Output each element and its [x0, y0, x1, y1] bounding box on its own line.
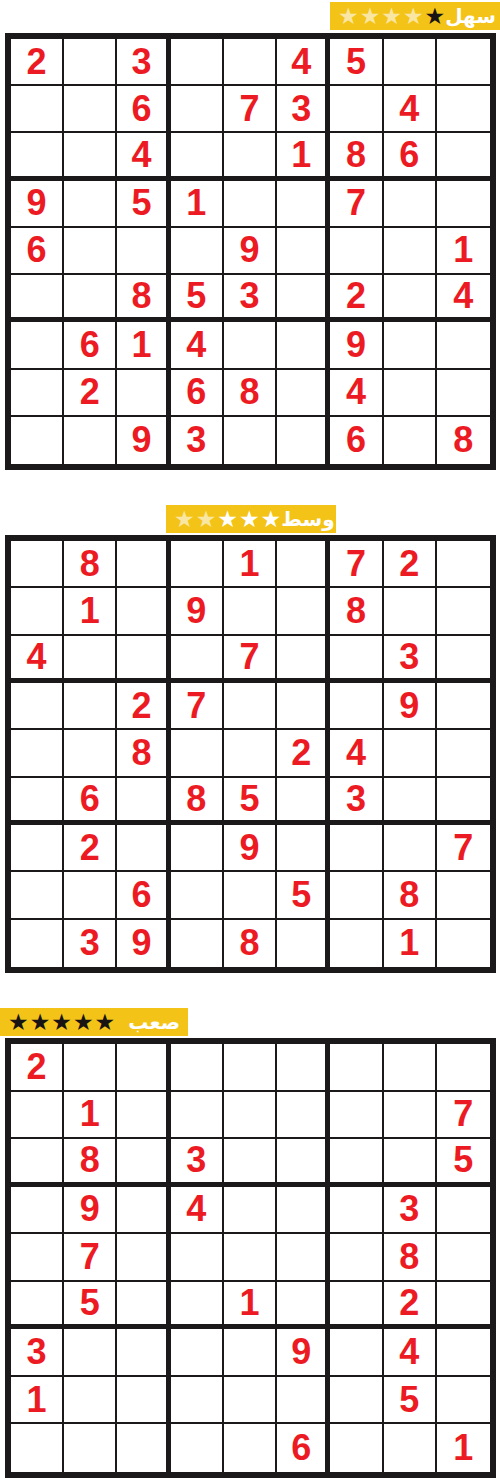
cell-r9c4[interactable]	[171, 1424, 224, 1472]
cell-r5c4[interactable]	[171, 1234, 224, 1282]
cell-r8c8[interactable]: 5	[384, 1377, 437, 1425]
cell-r3c9[interactable]: 5	[437, 1139, 490, 1187]
cell-r5c7[interactable]	[330, 228, 383, 275]
cell-r1c7[interactable]: 7	[330, 541, 383, 588]
difficulty-stars: ★★★★★	[8, 1009, 115, 1035]
cell-r4c3[interactable]	[117, 1187, 170, 1235]
difficulty-banner-medium: ★★★★★ وسط	[166, 505, 336, 533]
cell-r6c3[interactable]: 8	[117, 275, 170, 322]
sudoku-page: ★★★★★ سهل 234567344186951769185324614926…	[0, 0, 500, 1478]
cell-r1c5[interactable]: 1	[224, 541, 277, 588]
cell-r7c5[interactable]	[224, 1329, 277, 1377]
cell-r4c1[interactable]: 9	[11, 181, 64, 228]
cell-r7c1[interactable]	[11, 322, 64, 369]
cell-r9c4[interactable]: 3	[171, 417, 224, 464]
difficulty-label: سهل	[445, 3, 496, 29]
difficulty-banner-easy: ★★★★★ سهل	[330, 2, 500, 30]
cell-r7c2[interactable]: 6	[64, 322, 117, 369]
cell-r8c9[interactable]	[437, 370, 490, 417]
cell-r7c6[interactable]	[277, 825, 330, 872]
cell-r4c8[interactable]	[384, 181, 437, 228]
cell-r9c1[interactable]	[11, 417, 64, 464]
cell-r3c1[interactable]	[11, 1139, 64, 1187]
cell-r7c3[interactable]	[117, 1329, 170, 1377]
cell-r1c6[interactable]	[277, 1044, 330, 1092]
difficulty-stars: ★★★★★	[338, 3, 445, 29]
cell-r8c7[interactable]	[330, 1377, 383, 1425]
cell-r6c9[interactable]	[437, 778, 490, 825]
cell-r8c3[interactable]: 6	[117, 872, 170, 919]
sudoku-board-hard: 217835943785123941561	[5, 1038, 496, 1478]
cell-r4c2[interactable]	[64, 683, 117, 730]
cell-r2c3[interactable]	[117, 588, 170, 635]
star-active-icon: ★	[73, 1009, 94, 1035]
cell-r4c4[interactable]: 4	[171, 1187, 224, 1235]
cell-r9c5[interactable]: 8	[224, 920, 277, 967]
cell-r9c2[interactable]: 3	[64, 920, 117, 967]
cell-r7c3[interactable]	[117, 825, 170, 872]
cell-r8c9[interactable]	[437, 1377, 490, 1425]
cell-r4c4[interactable]: 7	[171, 683, 224, 730]
cell-r6c2[interactable]	[64, 275, 117, 322]
cell-r6c7[interactable]	[330, 1282, 383, 1330]
cell-r1c1[interactable]: 2	[11, 1044, 64, 1092]
cell-r1c3[interactable]	[117, 1044, 170, 1092]
cell-r5c7[interactable]	[330, 1234, 383, 1282]
cell-r8c3[interactable]	[117, 1377, 170, 1425]
cell-r1c2[interactable]: 8	[64, 541, 117, 588]
cell-r7c5[interactable]	[224, 322, 277, 369]
cell-r3c2[interactable]: 8	[64, 1139, 117, 1187]
cell-r5c2[interactable]	[64, 730, 117, 777]
star-active-icon: ★	[30, 1009, 51, 1035]
cell-r3c4[interactable]	[171, 636, 224, 683]
star-active-icon: ★	[8, 1009, 29, 1035]
cell-r9c9[interactable]: 1	[437, 1424, 490, 1472]
cell-r9c4[interactable]	[171, 920, 224, 967]
cell-r2c8[interactable]	[384, 1092, 437, 1140]
difficulty-label: صعب	[128, 1009, 180, 1035]
cell-r5c9[interactable]	[437, 1234, 490, 1282]
cell-r2c5[interactable]	[224, 588, 277, 635]
cell-r5c6[interactable]: 2	[277, 730, 330, 777]
cell-r4c7[interactable]	[330, 683, 383, 730]
cell-r6c9[interactable]: 4	[437, 275, 490, 322]
cell-r8c4[interactable]	[171, 1377, 224, 1425]
cell-r5c3[interactable]: 8	[117, 730, 170, 777]
cell-r6c5[interactable]: 1	[224, 1282, 277, 1330]
cell-r8c1[interactable]	[11, 872, 64, 919]
cell-r3c7[interactable]	[330, 1139, 383, 1187]
cell-r9c9[interactable]: 8	[437, 417, 490, 464]
cell-r3c3[interactable]	[117, 1139, 170, 1187]
cell-r7c8[interactable]	[384, 825, 437, 872]
cell-r1c5[interactable]	[224, 1044, 277, 1092]
cell-r2c6[interactable]: 3	[277, 86, 330, 133]
cell-r8c4[interactable]: 6	[171, 370, 224, 417]
cell-r5c1[interactable]	[11, 1234, 64, 1282]
sudoku-board-easy: 234567344186951769185324614926849368	[5, 33, 496, 470]
cell-r2c6[interactable]	[277, 1092, 330, 1140]
cell-r1c4[interactable]	[171, 39, 224, 86]
cell-r3c8[interactable]: 3	[384, 636, 437, 683]
cell-r5c5[interactable]	[224, 730, 277, 777]
cell-r9c6[interactable]	[277, 920, 330, 967]
cell-r9c7[interactable]	[330, 920, 383, 967]
cell-r5c1[interactable]: 6	[11, 228, 64, 275]
cell-r1c5[interactable]	[224, 39, 277, 86]
cell-r5c3[interactable]	[117, 228, 170, 275]
difficulty-stars: ★★★★★	[174, 506, 281, 532]
cell-r6c8[interactable]	[384, 778, 437, 825]
cell-r4c6[interactable]	[277, 181, 330, 228]
cell-r2c1[interactable]	[11, 86, 64, 133]
star-active-icon: ★	[261, 506, 282, 532]
cell-r2c2[interactable]	[64, 86, 117, 133]
cell-r3c6[interactable]	[277, 636, 330, 683]
cell-r2c9[interactable]: 7	[437, 1092, 490, 1140]
cell-r2c9[interactable]	[437, 86, 490, 133]
cell-r3c5[interactable]	[224, 1139, 277, 1187]
star-active-icon: ★	[217, 506, 238, 532]
cell-r4c5[interactable]	[224, 683, 277, 730]
cell-r2c2[interactable]: 1	[64, 588, 117, 635]
cell-r5c7[interactable]: 4	[330, 730, 383, 777]
cell-r1c7[interactable]	[330, 1044, 383, 1092]
difficulty-banner-hard: ★★★★★ صعب	[0, 1008, 188, 1036]
cell-r9c9[interactable]	[437, 920, 490, 967]
cell-r1c9[interactable]	[437, 541, 490, 588]
cell-r8c6[interactable]	[277, 1377, 330, 1425]
cell-r8c1[interactable]: 1	[11, 1377, 64, 1425]
star-inactive-icon: ★	[196, 506, 217, 532]
cell-r2c9[interactable]	[437, 588, 490, 635]
cell-r6c6[interactable]	[277, 275, 330, 322]
cell-r2c7[interactable]: 8	[330, 588, 383, 635]
cell-r9c5[interactable]	[224, 1424, 277, 1472]
cell-r4c9[interactable]	[437, 1187, 490, 1235]
cell-r2c4[interactable]	[171, 1092, 224, 1140]
cell-r6c3[interactable]	[117, 1282, 170, 1330]
cell-r8c4[interactable]	[171, 872, 224, 919]
sudoku-board-medium: 817219847327982468532976583981	[5, 535, 496, 973]
cell-r7c8[interactable]	[384, 322, 437, 369]
cell-r3c3[interactable]	[117, 636, 170, 683]
cell-r9c7[interactable]: 6	[330, 417, 383, 464]
cell-r6c4[interactable]	[171, 1282, 224, 1330]
cell-r8c1[interactable]	[11, 370, 64, 417]
cell-r3c1[interactable]: 4	[11, 636, 64, 683]
cell-r7c9[interactable]	[437, 1329, 490, 1377]
cell-r6c7[interactable]: 2	[330, 275, 383, 322]
cell-r8c9[interactable]	[437, 872, 490, 919]
cell-r4c5[interactable]	[224, 1187, 277, 1235]
cell-r8c8[interactable]	[384, 370, 437, 417]
cell-r2c5[interactable]: 7	[224, 86, 277, 133]
cell-r4c6[interactable]	[277, 683, 330, 730]
cell-r6c4[interactable]: 5	[171, 275, 224, 322]
cell-r7c5[interactable]: 9	[224, 825, 277, 872]
cell-r3c4[interactable]: 3	[171, 1139, 224, 1187]
cell-r2c4[interactable]	[171, 86, 224, 133]
cell-r6c6[interactable]	[277, 1282, 330, 1330]
cell-r5c8[interactable]	[384, 730, 437, 777]
star-inactive-icon: ★	[403, 3, 424, 29]
cell-r4c2[interactable]: 9	[64, 1187, 117, 1235]
cell-r2c2[interactable]: 1	[64, 1092, 117, 1140]
cell-r4c2[interactable]	[64, 181, 117, 228]
cell-r4c7[interactable]	[330, 1187, 383, 1235]
cell-r7c4[interactable]	[171, 1329, 224, 1377]
cell-r4c1[interactable]	[11, 683, 64, 730]
cell-r7c3[interactable]: 1	[117, 322, 170, 369]
cell-r9c1[interactable]	[11, 920, 64, 967]
cell-r9c6[interactable]: 6	[277, 1424, 330, 1472]
star-active-icon: ★	[51, 1009, 72, 1035]
cell-r8c8[interactable]: 8	[384, 872, 437, 919]
cell-r2c7[interactable]	[330, 1092, 383, 1140]
difficulty-label: وسط	[281, 506, 335, 532]
cell-r5c3[interactable]	[117, 1234, 170, 1282]
cell-r1c1[interactable]: 2	[11, 39, 64, 86]
cell-r8c2[interactable]	[64, 1377, 117, 1425]
cell-r7c9[interactable]: 7	[437, 825, 490, 872]
cell-r7c4[interactable]	[171, 825, 224, 872]
cell-r6c7[interactable]: 3	[330, 778, 383, 825]
cell-r2c1[interactable]	[11, 588, 64, 635]
cell-r5c4[interactable]	[171, 228, 224, 275]
cell-r5c2[interactable]	[64, 228, 117, 275]
cell-r3c1[interactable]	[11, 133, 64, 180]
cell-r9c6[interactable]	[277, 417, 330, 464]
cell-r5c8[interactable]	[384, 228, 437, 275]
cell-r1c2[interactable]	[64, 1044, 117, 1092]
cell-r3c9[interactable]	[437, 636, 490, 683]
cell-r5c2[interactable]: 7	[64, 1234, 117, 1282]
cell-r5c9[interactable]	[437, 730, 490, 777]
cell-r4c8[interactable]: 3	[384, 1187, 437, 1235]
cell-r2c3[interactable]: 6	[117, 86, 170, 133]
cell-r5c5[interactable]: 9	[224, 228, 277, 275]
cell-r1c8[interactable]: 2	[384, 541, 437, 588]
cell-r3c8[interactable]	[384, 1139, 437, 1187]
cell-r2c6[interactable]	[277, 588, 330, 635]
cell-r7c7[interactable]	[330, 1329, 383, 1377]
cell-r8c3[interactable]	[117, 370, 170, 417]
cell-r5c1[interactable]	[11, 730, 64, 777]
cell-r3c6[interactable]	[277, 1139, 330, 1187]
cell-r1c4[interactable]	[171, 541, 224, 588]
cell-r9c8[interactable]	[384, 417, 437, 464]
cell-r4c3[interactable]: 5	[117, 181, 170, 228]
cell-r2c8[interactable]: 4	[384, 86, 437, 133]
cell-r4c1[interactable]	[11, 1187, 64, 1235]
cell-r5c8[interactable]: 8	[384, 1234, 437, 1282]
cell-r4c5[interactable]	[224, 181, 277, 228]
cell-r3c7[interactable]	[330, 636, 383, 683]
cell-r1c2[interactable]	[64, 39, 117, 86]
cell-r9c7[interactable]	[330, 1424, 383, 1472]
cell-r9c3[interactable]: 9	[117, 417, 170, 464]
cell-r9c1[interactable]	[11, 1424, 64, 1472]
cell-r8c5[interactable]: 8	[224, 370, 277, 417]
cell-r6c5[interactable]: 3	[224, 275, 277, 322]
cell-r8c6[interactable]	[277, 370, 330, 417]
cell-r1c3[interactable]	[117, 541, 170, 588]
cell-r7c4[interactable]: 4	[171, 322, 224, 369]
cell-r1c6[interactable]: 4	[277, 39, 330, 86]
cell-r7c6[interactable]: 9	[277, 1329, 330, 1377]
cell-r8c7[interactable]: 4	[330, 370, 383, 417]
cell-r1c7[interactable]: 5	[330, 39, 383, 86]
cell-r8c5[interactable]	[224, 1377, 277, 1425]
cell-r3c5[interactable]	[224, 133, 277, 180]
cell-r1c9[interactable]	[437, 39, 490, 86]
cell-r3c8[interactable]: 6	[384, 133, 437, 180]
cell-r7c8[interactable]: 4	[384, 1329, 437, 1377]
cell-r7c1[interactable]	[11, 825, 64, 872]
cell-r8c6[interactable]: 5	[277, 872, 330, 919]
star-active-icon: ★	[95, 1009, 116, 1035]
cell-r7c7[interactable]: 9	[330, 322, 383, 369]
cell-r4c8[interactable]: 9	[384, 683, 437, 730]
cell-r4c3[interactable]: 2	[117, 683, 170, 730]
cell-r2c5[interactable]	[224, 1092, 277, 1140]
cell-r6c9[interactable]	[437, 1282, 490, 1330]
cell-r4c4[interactable]: 1	[171, 181, 224, 228]
star-active-icon: ★	[239, 506, 260, 532]
star-inactive-icon: ★	[338, 3, 359, 29]
cell-r6c6[interactable]	[277, 778, 330, 825]
cell-r1c1[interactable]	[11, 541, 64, 588]
cell-r2c3[interactable]	[117, 1092, 170, 1140]
cell-r5c6[interactable]	[277, 1234, 330, 1282]
cell-r4c7[interactable]: 7	[330, 181, 383, 228]
cell-r6c1[interactable]	[11, 275, 64, 322]
cell-r7c9[interactable]	[437, 322, 490, 369]
cell-r3c5[interactable]: 7	[224, 636, 277, 683]
cell-r5c4[interactable]	[171, 730, 224, 777]
cell-r5c5[interactable]	[224, 1234, 277, 1282]
cell-r1c4[interactable]	[171, 1044, 224, 1092]
cell-r9c5[interactable]	[224, 417, 277, 464]
cell-r8c5[interactable]	[224, 872, 277, 919]
cell-r2c1[interactable]	[11, 1092, 64, 1140]
cell-r7c2[interactable]: 2	[64, 825, 117, 872]
cell-r2c4[interactable]: 9	[171, 588, 224, 635]
cell-r1c9[interactable]	[437, 1044, 490, 1092]
cell-r6c4[interactable]: 8	[171, 778, 224, 825]
cell-r7c2[interactable]	[64, 1329, 117, 1377]
cell-r3c3[interactable]: 4	[117, 133, 170, 180]
cell-r6c2[interactable]: 5	[64, 1282, 117, 1330]
cell-r9c2[interactable]	[64, 1424, 117, 1472]
cell-r4c6[interactable]	[277, 1187, 330, 1235]
cell-r3c2[interactable]	[64, 133, 117, 180]
cell-r9c8[interactable]: 1	[384, 920, 437, 967]
star-inactive-icon: ★	[381, 3, 402, 29]
cell-r7c6[interactable]	[277, 322, 330, 369]
cell-r6c5[interactable]: 5	[224, 778, 277, 825]
cell-r2c8[interactable]	[384, 588, 437, 635]
cell-r1c6[interactable]	[277, 541, 330, 588]
cell-r9c8[interactable]	[384, 1424, 437, 1472]
cell-r1c8[interactable]	[384, 1044, 437, 1092]
cell-r9c3[interactable]	[117, 1424, 170, 1472]
cell-r6c8[interactable]: 2	[384, 1282, 437, 1330]
cell-r3c4[interactable]	[171, 133, 224, 180]
star-inactive-icon: ★	[174, 506, 195, 532]
cell-r5c6[interactable]	[277, 228, 330, 275]
cell-r7c7[interactable]	[330, 825, 383, 872]
cell-r6c8[interactable]	[384, 275, 437, 322]
cell-r4c9[interactable]	[437, 181, 490, 228]
cell-r6c3[interactable]	[117, 778, 170, 825]
cell-r7c1[interactable]: 3	[11, 1329, 64, 1377]
star-active-icon: ★	[425, 3, 446, 29]
cell-r9c3[interactable]: 9	[117, 920, 170, 967]
cell-r3c9[interactable]	[437, 133, 490, 180]
star-inactive-icon: ★	[360, 3, 381, 29]
cell-r8c7[interactable]	[330, 872, 383, 919]
cell-r4c9[interactable]	[437, 683, 490, 730]
cell-r1c3[interactable]: 3	[117, 39, 170, 86]
cell-r1c8[interactable]	[384, 39, 437, 86]
cell-r3c7[interactable]: 8	[330, 133, 383, 180]
cell-r6c1[interactable]	[11, 778, 64, 825]
cell-r8c2[interactable]: 2	[64, 370, 117, 417]
cell-r5c9[interactable]: 1	[437, 228, 490, 275]
cell-r2c7[interactable]	[330, 86, 383, 133]
cell-r6c2[interactable]: 6	[64, 778, 117, 825]
cell-r6c1[interactable]	[11, 1282, 64, 1330]
cell-r8c2[interactable]	[64, 872, 117, 919]
cell-r9c2[interactable]	[64, 417, 117, 464]
cell-r3c2[interactable]	[64, 636, 117, 683]
cell-r3c6[interactable]: 1	[277, 133, 330, 180]
